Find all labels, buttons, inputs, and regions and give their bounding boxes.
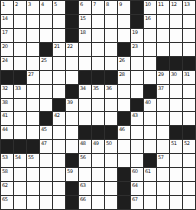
clue-number: 13 — [184, 1, 189, 7]
clue-number: 2 — [15, 1, 18, 7]
crossword-cell[interactable] — [92, 15, 105, 29]
crossword-cell[interactable] — [105, 99, 118, 113]
crossword-cell[interactable]: 19 — [131, 29, 144, 43]
crossword-cell[interactable] — [53, 29, 66, 43]
crossword-cell[interactable]: 47 — [40, 140, 53, 154]
crossword-cell[interactable] — [157, 140, 170, 154]
crossword-cell[interactable] — [157, 182, 170, 196]
clue-number: 65 — [2, 196, 7, 202]
clue-number: 8 — [106, 1, 109, 7]
crossword-cell[interactable] — [170, 43, 183, 57]
crossword-cell[interactable]: 1 — [1, 1, 14, 15]
clue-number: 67 — [132, 196, 137, 202]
crossword-cell[interactable]: 38 — [1, 99, 14, 113]
clue-number: 19 — [132, 29, 137, 35]
crossword-cell[interactable]: 39 — [66, 99, 79, 113]
blocked-cell — [131, 15, 144, 29]
crossword-cell[interactable] — [14, 168, 27, 182]
crossword-cell[interactable]: 65 — [1, 196, 14, 210]
crossword-cell[interactable] — [144, 126, 157, 140]
crossword-cell[interactable]: 40 — [144, 99, 157, 113]
crossword-cell[interactable] — [105, 43, 118, 57]
crossword-cell[interactable] — [92, 43, 105, 57]
crossword-cell[interactable] — [40, 15, 53, 29]
crossword-cell[interactable] — [27, 196, 40, 210]
clue-number: 32 — [2, 85, 7, 91]
clue-number: 3 — [28, 1, 31, 7]
crossword-cell[interactable] — [131, 140, 144, 154]
crossword-cell[interactable]: 29 — [157, 71, 170, 85]
crossword-cell[interactable] — [170, 99, 183, 113]
crossword-cell[interactable]: 56 — [79, 154, 92, 168]
crossword-cell[interactable] — [183, 196, 196, 210]
clue-number: 18 — [80, 29, 85, 35]
crossword-cell[interactable] — [118, 15, 131, 29]
crossword-cell[interactable]: 24 — [1, 57, 14, 71]
clue-number: 10 — [145, 1, 150, 7]
crossword-cell[interactable]: 36 — [105, 85, 118, 99]
crossword-cell[interactable] — [183, 112, 196, 126]
crossword-cell[interactable] — [144, 57, 157, 71]
blocked-cell — [40, 43, 53, 57]
crossword-cell[interactable] — [157, 112, 170, 126]
crossword-cell[interactable] — [66, 126, 79, 140]
clue-number: 24 — [2, 57, 7, 63]
crossword-cell[interactable] — [144, 140, 157, 154]
clue-number: 17 — [2, 29, 7, 35]
crossword-cell[interactable]: 67 — [131, 196, 144, 210]
crossword-cell[interactable] — [66, 57, 79, 71]
crossword-cell[interactable] — [157, 168, 170, 182]
crossword-cell[interactable] — [66, 112, 79, 126]
crossword-cell[interactable]: 7 — [92, 1, 105, 15]
clue-number: 15 — [80, 15, 85, 21]
crossword-cell[interactable] — [14, 126, 27, 140]
crossword-cell[interactable]: 20 — [1, 43, 14, 57]
crossword-cell[interactable]: 64 — [131, 182, 144, 196]
clue-number: 42 — [54, 112, 59, 118]
clue-number: 9 — [119, 1, 122, 7]
crossword-cell[interactable] — [144, 182, 157, 196]
blocked-cell — [183, 126, 196, 140]
crossword-cell[interactable] — [92, 182, 105, 196]
crossword-cell[interactable] — [131, 126, 144, 140]
crossword-cell[interactable] — [14, 182, 27, 196]
clue-number: 43 — [132, 112, 137, 118]
crossword-cell[interactable]: 3 — [27, 1, 40, 15]
crossword-cell[interactable] — [79, 43, 92, 57]
crossword-cell[interactable] — [66, 140, 79, 154]
crossword-cell[interactable]: 54 — [14, 154, 27, 168]
crossword-cell[interactable]: 21 — [53, 43, 66, 57]
crossword-cell[interactable] — [53, 57, 66, 71]
crossword-cell[interactable]: 53 — [1, 154, 14, 168]
clue-number: 39 — [67, 99, 72, 105]
crossword-cell[interactable]: 52 — [183, 140, 196, 154]
blocked-cell — [105, 126, 118, 140]
crossword-cell[interactable] — [170, 196, 183, 210]
crossword-cell[interactable] — [105, 168, 118, 182]
clue-number: 44 — [2, 126, 7, 132]
crossword-cell[interactable]: 58 — [1, 168, 14, 182]
crossword-cell[interactable] — [53, 140, 66, 154]
crossword-cell[interactable] — [92, 168, 105, 182]
clue-number: 35 — [93, 85, 98, 91]
crossword-cell[interactable] — [40, 168, 53, 182]
blocked-cell — [118, 112, 131, 126]
crossword-cell[interactable] — [14, 112, 27, 126]
crossword-cell[interactable] — [92, 196, 105, 210]
crossword-cell[interactable] — [183, 29, 196, 43]
clue-number: 14 — [2, 15, 7, 21]
crossword-cell[interactable] — [40, 154, 53, 168]
crossword-cell[interactable]: 4 — [40, 1, 53, 15]
clue-number: 20 — [2, 43, 7, 49]
blocked-cell — [118, 43, 131, 57]
clue-number: 5 — [54, 1, 57, 7]
crossword-cell[interactable]: 27 — [27, 71, 40, 85]
crossword-cell[interactable]: 11 — [157, 1, 170, 15]
crossword-cell[interactable] — [27, 85, 40, 99]
crossword-cell[interactable]: 18 — [79, 29, 92, 43]
crossword-cell[interactable] — [92, 112, 105, 126]
crossword-cell[interactable] — [183, 43, 196, 57]
crossword-cell[interactable]: 35 — [92, 85, 105, 99]
crossword-cell[interactable] — [27, 15, 40, 29]
clue-number: 31 — [184, 71, 189, 77]
crossword-cell[interactable] — [66, 71, 79, 85]
crossword-cell[interactable] — [105, 57, 118, 71]
blocked-cell — [144, 154, 157, 168]
crossword-cell[interactable] — [157, 126, 170, 140]
clue-number: 47 — [41, 140, 46, 146]
crossword-cell[interactable] — [53, 182, 66, 196]
crossword-cell[interactable] — [157, 43, 170, 57]
crossword-cell[interactable] — [144, 43, 157, 57]
blocked-cell — [131, 1, 144, 15]
clue-number: 58 — [2, 168, 7, 174]
blocked-cell — [66, 29, 79, 43]
crossword-cell[interactable] — [92, 29, 105, 43]
crossword-cell[interactable] — [92, 99, 105, 113]
crossword-cell[interactable] — [40, 196, 53, 210]
crossword-cell[interactable] — [118, 154, 131, 168]
crossword-cell[interactable] — [131, 57, 144, 71]
crossword-cell[interactable]: 5 — [53, 1, 66, 15]
crossword-cell[interactable] — [170, 112, 183, 126]
blocked-cell — [66, 1, 79, 15]
clue-number: 33 — [15, 85, 20, 91]
crossword-cell[interactable] — [40, 99, 53, 113]
crossword-cell[interactable]: 62 — [1, 182, 14, 196]
crossword-cell[interactable]: 46 — [118, 126, 131, 140]
clue-number: 41 — [2, 112, 7, 118]
crossword-cell[interactable]: 44 — [1, 126, 14, 140]
crossword-cell[interactable] — [40, 71, 53, 85]
blocked-cell — [170, 57, 183, 71]
blocked-cell — [118, 182, 131, 196]
blocked-cell — [183, 57, 196, 71]
clue-number: 37 — [158, 85, 163, 91]
crossword-cell[interactable] — [157, 99, 170, 113]
clue-number: 22 — [67, 43, 72, 49]
crossword-cell[interactable] — [79, 57, 92, 71]
crossword-cell[interactable] — [14, 99, 27, 113]
crossword-cell[interactable]: 30 — [170, 71, 183, 85]
clue-number: 30 — [171, 71, 176, 77]
clue-number: 1 — [2, 1, 5, 7]
crossword-cell[interactable] — [27, 168, 40, 182]
blocked-cell — [118, 168, 131, 182]
crossword-cell[interactable]: 37 — [157, 85, 170, 99]
crossword-cell[interactable] — [27, 29, 40, 43]
clue-number: 29 — [158, 71, 163, 77]
clue-number: 40 — [145, 99, 150, 105]
clue-number: 53 — [2, 154, 7, 160]
crossword-cell[interactable]: 26 — [118, 57, 131, 71]
clue-number: 12 — [171, 1, 176, 7]
clue-number: 4 — [41, 1, 44, 7]
crossword-cell[interactable] — [183, 182, 196, 196]
blocked-cell — [157, 57, 170, 71]
crossword-cell[interactable]: 28 — [118, 71, 131, 85]
crossword-cell[interactable]: 8 — [105, 1, 118, 15]
crossword-cell[interactable] — [144, 71, 157, 85]
crossword-cell[interactable] — [183, 15, 196, 29]
crossword-cell[interactable] — [118, 29, 131, 43]
crossword-cell[interactable] — [40, 182, 53, 196]
crossword-cell[interactable] — [27, 112, 40, 126]
clue-number: 62 — [2, 182, 7, 188]
crossword-cell[interactable] — [14, 43, 27, 57]
blocked-cell — [27, 140, 40, 154]
crossword-cell[interactable] — [53, 71, 66, 85]
crossword-cell[interactable] — [131, 85, 144, 99]
crossword-cell[interactable] — [170, 154, 183, 168]
clue-number: 16 — [145, 15, 150, 21]
blocked-cell — [1, 71, 14, 85]
crossword-cell[interactable] — [105, 154, 118, 168]
crossword-cell[interactable] — [118, 140, 131, 154]
clue-number: 46 — [119, 126, 124, 132]
crossword-cell[interactable] — [131, 154, 144, 168]
crossword-cell[interactable]: 48 — [79, 140, 92, 154]
crossword-cell[interactable] — [79, 168, 92, 182]
crossword-cell[interactable]: 15 — [79, 15, 92, 29]
crossword-cell[interactable] — [170, 15, 183, 29]
crossword-cell[interactable]: 41 — [1, 112, 14, 126]
crossword-cell[interactable]: 10 — [144, 1, 157, 15]
crossword-cell[interactable]: 43 — [131, 112, 144, 126]
crossword-cell[interactable]: 33 — [14, 85, 27, 99]
crossword-cell[interactable] — [144, 112, 157, 126]
crossword-cell[interactable] — [105, 196, 118, 210]
clue-number: 66 — [80, 196, 85, 202]
blocked-cell — [131, 99, 144, 113]
crossword-cell[interactable]: 12 — [170, 1, 183, 15]
crossword-cell[interactable]: 9 — [118, 1, 131, 15]
blocked-cell — [170, 126, 183, 140]
blocked-cell — [118, 196, 131, 210]
clue-number: 34 — [80, 85, 85, 91]
blocked-cell — [92, 71, 105, 85]
blocked-cell — [66, 154, 79, 168]
blocked-cell — [1, 140, 14, 154]
clue-number: 45 — [41, 126, 46, 132]
blocked-cell — [66, 15, 79, 29]
clue-number: 57 — [158, 154, 163, 160]
blocked-cell — [92, 126, 105, 140]
clue-number: 23 — [132, 43, 137, 49]
crossword-cell[interactable] — [27, 182, 40, 196]
blocked-cell — [66, 85, 79, 99]
blocked-cell — [79, 71, 92, 85]
crossword-cell[interactable]: 55 — [27, 154, 40, 168]
crossword-cell[interactable] — [157, 29, 170, 43]
clue-number: 55 — [28, 154, 33, 160]
clue-number: 56 — [80, 154, 85, 160]
crossword-cell[interactable]: 59 — [66, 168, 79, 182]
crossword-cell[interactable]: 22 — [66, 43, 79, 57]
crossword-cell[interactable] — [92, 57, 105, 71]
blocked-cell — [53, 99, 66, 113]
crossword-cell[interactable] — [118, 85, 131, 99]
crossword-cell[interactable] — [53, 126, 66, 140]
crossword-cell[interactable]: 51 — [170, 140, 183, 154]
crossword-cell[interactable] — [183, 168, 196, 182]
clue-number: 59 — [67, 168, 72, 174]
blocked-cell — [79, 126, 92, 140]
clue-number: 63 — [80, 182, 85, 188]
crossword-grid: 1234567891011121314151617181920212223242… — [0, 0, 196, 210]
crossword-cell[interactable] — [157, 15, 170, 29]
crossword-cell[interactable]: 60 — [131, 168, 144, 182]
crossword-cell[interactable]: 34 — [79, 85, 92, 99]
clue-number: 36 — [106, 85, 111, 91]
crossword-cell[interactable]: 25 — [40, 57, 53, 71]
crossword-cell[interactable]: 17 — [1, 29, 14, 43]
crossword-cell[interactable] — [131, 71, 144, 85]
clue-number: 54 — [15, 154, 20, 160]
crossword-cell[interactable] — [183, 99, 196, 113]
crossword-cell[interactable] — [79, 112, 92, 126]
blocked-cell — [66, 182, 79, 196]
crossword-cell[interactable] — [40, 85, 53, 99]
crossword-cell[interactable] — [14, 29, 27, 43]
crossword-cell[interactable] — [27, 126, 40, 140]
crossword-cell[interactable] — [14, 196, 27, 210]
crossword-cell[interactable]: 63 — [79, 182, 92, 196]
crossword-cell[interactable] — [14, 57, 27, 71]
crossword-cell[interactable] — [53, 154, 66, 168]
crossword-cell[interactable] — [144, 29, 157, 43]
crossword-cell[interactable] — [27, 43, 40, 57]
crossword-cell[interactable] — [27, 99, 40, 113]
clue-number: 48 — [80, 140, 85, 146]
crossword-cell[interactable]: 2 — [14, 1, 27, 15]
crossword-cell[interactable] — [53, 85, 66, 99]
clue-number: 64 — [132, 182, 137, 188]
crossword-cell[interactable] — [183, 154, 196, 168]
blocked-cell — [105, 71, 118, 85]
clue-number: 38 — [2, 99, 7, 105]
crossword-cell[interactable]: 61 — [144, 168, 157, 182]
crossword-cell[interactable]: 32 — [1, 85, 14, 99]
crossword-cell[interactable] — [53, 196, 66, 210]
crossword-cell[interactable] — [92, 154, 105, 168]
crossword-cell[interactable]: 23 — [131, 43, 144, 57]
clue-number: 51 — [171, 140, 176, 146]
blocked-cell — [66, 196, 79, 210]
crossword-cell[interactable] — [118, 99, 131, 113]
crossword-cell[interactable] — [27, 57, 40, 71]
clue-number: 7 — [93, 1, 96, 7]
clue-number: 49 — [93, 140, 98, 146]
clue-number: 61 — [145, 168, 150, 174]
crossword-cell[interactable] — [79, 99, 92, 113]
crossword-cell[interactable] — [40, 29, 53, 43]
clue-number: 26 — [119, 57, 124, 63]
crossword-cell[interactable] — [144, 196, 157, 210]
clue-number: 27 — [28, 71, 33, 77]
blocked-cell — [144, 85, 157, 99]
crossword-cell[interactable] — [170, 168, 183, 182]
crossword-cell[interactable]: 6 — [79, 1, 92, 15]
crossword-cell[interactable] — [157, 196, 170, 210]
crossword-cell[interactable]: 57 — [157, 154, 170, 168]
crossword-cell[interactable] — [170, 29, 183, 43]
clue-number: 11 — [158, 1, 163, 7]
crossword-cell[interactable]: 42 — [53, 112, 66, 126]
crossword-cell[interactable]: 13 — [183, 1, 196, 15]
crossword-cell[interactable] — [170, 85, 183, 99]
crossword-cell[interactable] — [105, 15, 118, 29]
crossword-cell[interactable] — [105, 112, 118, 126]
crossword-cell[interactable] — [14, 15, 27, 29]
clue-number: 52 — [184, 140, 189, 146]
clue-number: 21 — [54, 43, 59, 49]
blocked-cell — [14, 140, 27, 154]
crossword-cell[interactable]: 14 — [1, 15, 14, 29]
blocked-cell — [14, 71, 27, 85]
clue-number: 60 — [132, 168, 137, 174]
crossword-cell[interactable] — [170, 182, 183, 196]
clue-number: 50 — [106, 140, 111, 146]
crossword-cell[interactable]: 45 — [40, 126, 53, 140]
clue-number: 25 — [41, 57, 46, 63]
blocked-cell — [40, 112, 53, 126]
crossword-cell[interactable] — [105, 182, 118, 196]
crossword-cell[interactable] — [105, 29, 118, 43]
crossword-cell[interactable]: 16 — [144, 15, 157, 29]
crossword-cell[interactable]: 66 — [79, 196, 92, 210]
crossword-cell[interactable] — [183, 85, 196, 99]
crossword-cell[interactable]: 31 — [183, 71, 196, 85]
clue-number: 6 — [80, 1, 83, 7]
crossword-cell[interactable]: 49 — [92, 140, 105, 154]
crossword-cell[interactable] — [53, 15, 66, 29]
crossword-cell[interactable]: 50 — [105, 140, 118, 154]
crossword-cell[interactable] — [53, 168, 66, 182]
clue-number: 28 — [119, 71, 124, 77]
